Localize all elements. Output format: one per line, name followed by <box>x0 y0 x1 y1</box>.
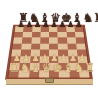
black-rank-7-row: ♟♟♟♟♟♟♟♟ <box>17 21 83 29</box>
black-pawn-e7[interactable]: ♟ <box>50 21 58 29</box>
white-rook-h1[interactable]: ♜ <box>84 62 95 74</box>
black-pawn-g7[interactable]: ♟ <box>67 21 75 29</box>
white-king-e1[interactable]: ♚ <box>52 62 63 74</box>
black-pawn-b7[interactable]: ♟ <box>25 21 33 29</box>
white-rank-1-row: ♜♞♝♛♚♝♞♜ <box>9 62 90 74</box>
black-pawn-c7[interactable]: ♟ <box>34 21 42 29</box>
white-rook-a1[interactable]: ♜ <box>9 62 20 74</box>
black-pawn-f7[interactable]: ♟ <box>58 21 66 29</box>
white-queen-d1[interactable]: ♛ <box>41 62 52 74</box>
black-pawn-h7[interactable]: ♟ <box>75 21 83 29</box>
black-pawn-a7[interactable]: ♟ <box>17 21 25 29</box>
white-knight-b1[interactable]: ♞ <box>20 62 31 74</box>
black-pawn-d7[interactable]: ♟ <box>42 21 50 29</box>
black-knight-g8[interactable]: ♞ <box>83 12 94 24</box>
white-knight-g1[interactable]: ♞ <box>74 62 85 74</box>
white-bishop-c1[interactable]: ♝ <box>31 62 42 74</box>
black-rook-h8[interactable]: ♜ <box>93 12 98 24</box>
white-bishop-f1[interactable]: ♝ <box>63 62 74 74</box>
brass-clasp-icon <box>45 78 54 83</box>
chess-set-photo: ♜♞♝♛♚♝♞♜♟♟♟♟♟♟♟♟♟♟♟♟♟♟♟♟♜♞♝♛♚♝♞♜ <box>0 0 98 98</box>
